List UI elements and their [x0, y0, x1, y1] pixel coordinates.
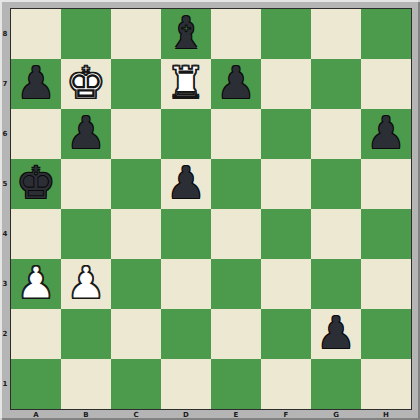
- square-b2[interactable]: [61, 309, 111, 359]
- square-e4[interactable]: [211, 209, 261, 259]
- square-g6[interactable]: [311, 109, 361, 159]
- square-a3[interactable]: ♟: [11, 259, 61, 309]
- square-d7[interactable]: ♜: [161, 59, 211, 109]
- square-e2[interactable]: [211, 309, 261, 359]
- square-c1[interactable]: [111, 359, 161, 409]
- square-g8[interactable]: [311, 9, 361, 59]
- square-a7[interactable]: ♟: [11, 59, 61, 109]
- piece-black-pawn[interactable]: ♟: [216, 59, 255, 108]
- square-h2[interactable]: [361, 309, 411, 359]
- piece-black-bishop[interactable]: ♝: [166, 9, 205, 58]
- rank-label-3: 3: [0, 259, 10, 309]
- rank-label-1: 1: [0, 359, 10, 409]
- square-g7[interactable]: [311, 59, 361, 109]
- square-g3[interactable]: [311, 259, 361, 309]
- square-c4[interactable]: [111, 209, 161, 259]
- piece-white-pawn[interactable]: ♟: [16, 259, 55, 308]
- square-b1[interactable]: [61, 359, 111, 409]
- square-h3[interactable]: [361, 259, 411, 309]
- rank-label-4: 4: [0, 209, 10, 259]
- square-d2[interactable]: [161, 309, 211, 359]
- square-e3[interactable]: [211, 259, 261, 309]
- piece-white-king[interactable]: ♚: [66, 59, 105, 108]
- chessboard: ♝♟♚♜♟♟♟♚♟♟♟♟: [10, 8, 412, 410]
- rank-label-8: 8: [0, 9, 10, 59]
- square-b5[interactable]: [61, 159, 111, 209]
- file-label-a: A: [11, 409, 61, 420]
- square-b7[interactable]: ♚: [61, 59, 111, 109]
- rank-label-5: 5: [0, 159, 10, 209]
- square-e7[interactable]: ♟: [211, 59, 261, 109]
- square-a4[interactable]: [11, 209, 61, 259]
- file-label-f: F: [261, 409, 311, 420]
- rank-label-6: 6: [0, 109, 10, 159]
- square-f1[interactable]: [261, 359, 311, 409]
- square-a1[interactable]: [11, 359, 61, 409]
- square-h7[interactable]: [361, 59, 411, 109]
- square-f2[interactable]: [261, 309, 311, 359]
- square-c6[interactable]: [111, 109, 161, 159]
- piece-white-pawn[interactable]: ♟: [66, 259, 105, 308]
- chessboard-frame: 87654321 ♝♟♚♜♟♟♟♚♟♟♟♟ ABCDEFGH: [0, 0, 420, 420]
- square-c2[interactable]: [111, 309, 161, 359]
- square-f3[interactable]: [261, 259, 311, 309]
- square-b6[interactable]: ♟: [61, 109, 111, 159]
- file-labels: ABCDEFGH: [11, 409, 411, 420]
- piece-black-pawn[interactable]: ♟: [166, 159, 205, 208]
- square-c3[interactable]: [111, 259, 161, 309]
- square-h4[interactable]: [361, 209, 411, 259]
- square-h8[interactable]: [361, 9, 411, 59]
- square-a5[interactable]: ♚: [11, 159, 61, 209]
- rank-label-7: 7: [0, 59, 10, 109]
- square-b4[interactable]: [61, 209, 111, 259]
- square-f5[interactable]: [261, 159, 311, 209]
- square-d4[interactable]: [161, 209, 211, 259]
- file-label-b: B: [61, 409, 111, 420]
- square-g5[interactable]: [311, 159, 361, 209]
- square-e5[interactable]: [211, 159, 261, 209]
- file-label-g: G: [311, 409, 361, 420]
- square-f8[interactable]: [261, 9, 311, 59]
- square-d8[interactable]: ♝: [161, 9, 211, 59]
- piece-black-pawn[interactable]: ♟: [316, 309, 355, 358]
- square-e8[interactable]: [211, 9, 261, 59]
- file-label-d: D: [161, 409, 211, 420]
- file-label-c: C: [111, 409, 161, 420]
- piece-black-pawn[interactable]: ♟: [16, 59, 55, 108]
- square-g4[interactable]: [311, 209, 361, 259]
- square-h1[interactable]: [361, 359, 411, 409]
- square-e1[interactable]: [211, 359, 261, 409]
- piece-black-pawn[interactable]: ♟: [66, 109, 105, 158]
- square-d5[interactable]: ♟: [161, 159, 211, 209]
- rank-labels: 87654321: [0, 9, 10, 409]
- square-g2[interactable]: ♟: [311, 309, 361, 359]
- square-e6[interactable]: [211, 109, 261, 159]
- square-b8[interactable]: [61, 9, 111, 59]
- square-d1[interactable]: [161, 359, 211, 409]
- square-b3[interactable]: ♟: [61, 259, 111, 309]
- square-f4[interactable]: [261, 209, 311, 259]
- square-f6[interactable]: [261, 109, 311, 159]
- square-c7[interactable]: [111, 59, 161, 109]
- file-label-e: E: [211, 409, 261, 420]
- square-a2[interactable]: [11, 309, 61, 359]
- square-c8[interactable]: [111, 9, 161, 59]
- square-f7[interactable]: [261, 59, 311, 109]
- square-a8[interactable]: [11, 9, 61, 59]
- square-g1[interactable]: [311, 359, 361, 409]
- file-label-h: H: [361, 409, 411, 420]
- square-h5[interactable]: [361, 159, 411, 209]
- square-d3[interactable]: [161, 259, 211, 309]
- rank-label-2: 2: [0, 309, 10, 359]
- piece-black-pawn[interactable]: ♟: [366, 109, 405, 158]
- piece-black-king[interactable]: ♚: [16, 159, 55, 208]
- square-h6[interactable]: ♟: [361, 109, 411, 159]
- square-a6[interactable]: [11, 109, 61, 159]
- piece-white-rook[interactable]: ♜: [166, 59, 205, 108]
- square-d6[interactable]: [161, 109, 211, 159]
- square-c5[interactable]: [111, 159, 161, 209]
